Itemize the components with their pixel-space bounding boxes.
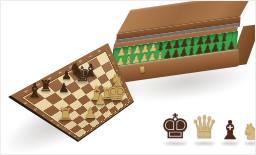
coordinate-label: d (119, 76, 122, 79)
coordinate-label: 4 (58, 71, 63, 75)
coordinate-label: a (108, 53, 112, 56)
coordinate-label: 7 (120, 108, 122, 110)
box-clasp-icon (140, 67, 145, 73)
coordinate-label: h (129, 97, 131, 99)
coordinate-label: 1 (83, 134, 86, 136)
coordinate-label: 2 (90, 129, 93, 131)
coordinate-label: b (33, 108, 39, 111)
coordinate-label: d (49, 119, 54, 122)
coordinate-label: 6 (115, 112, 118, 114)
coordinate-label: 3 (47, 76, 53, 80)
coordinate-label: b (112, 62, 115, 65)
coordinate-label: 8 (126, 104, 128, 106)
coordinate-label: c (115, 69, 118, 72)
coordinate-label: e (122, 82, 125, 85)
coordinate-label: f (62, 128, 65, 130)
lineup-piece-light-queen: ♛ (190, 112, 218, 143)
coordinate-label: 6 (78, 59, 83, 63)
coordinate-label: 1 (23, 89, 29, 93)
lineup-piece-dark-bishop: ♝ (218, 117, 241, 143)
coordinate-label: g (127, 92, 129, 94)
chess-set-product-photo: aa88bb77cc66dd55ee44ff33gg22hh11 ♞♝♟♚♞♜♟… (0, 0, 256, 155)
coordinate-label: 2 (35, 83, 41, 87)
coordinate-label: 5 (109, 116, 112, 118)
coordinate-label: e (56, 124, 60, 127)
coordinate-label: 4 (102, 120, 105, 122)
lineup-piece-dark-king: ♚ (160, 109, 190, 143)
coordinate-label: h (73, 135, 76, 137)
coordinate-label: 3 (96, 125, 99, 127)
coordinate-label: f (124, 87, 126, 89)
lineup-piece-light-knight: ♞ (242, 121, 256, 143)
coordinate-label: 8 (97, 49, 101, 53)
coordinate-label: 7 (88, 54, 92, 58)
coordinate-label: c (41, 114, 46, 117)
coordinate-label: a (22, 101, 28, 105)
piece-lineup: ♚♛♝♞♜♟ (160, 103, 256, 143)
coordinate-label: 5 (68, 65, 73, 69)
coordinate-label: g (68, 132, 72, 134)
